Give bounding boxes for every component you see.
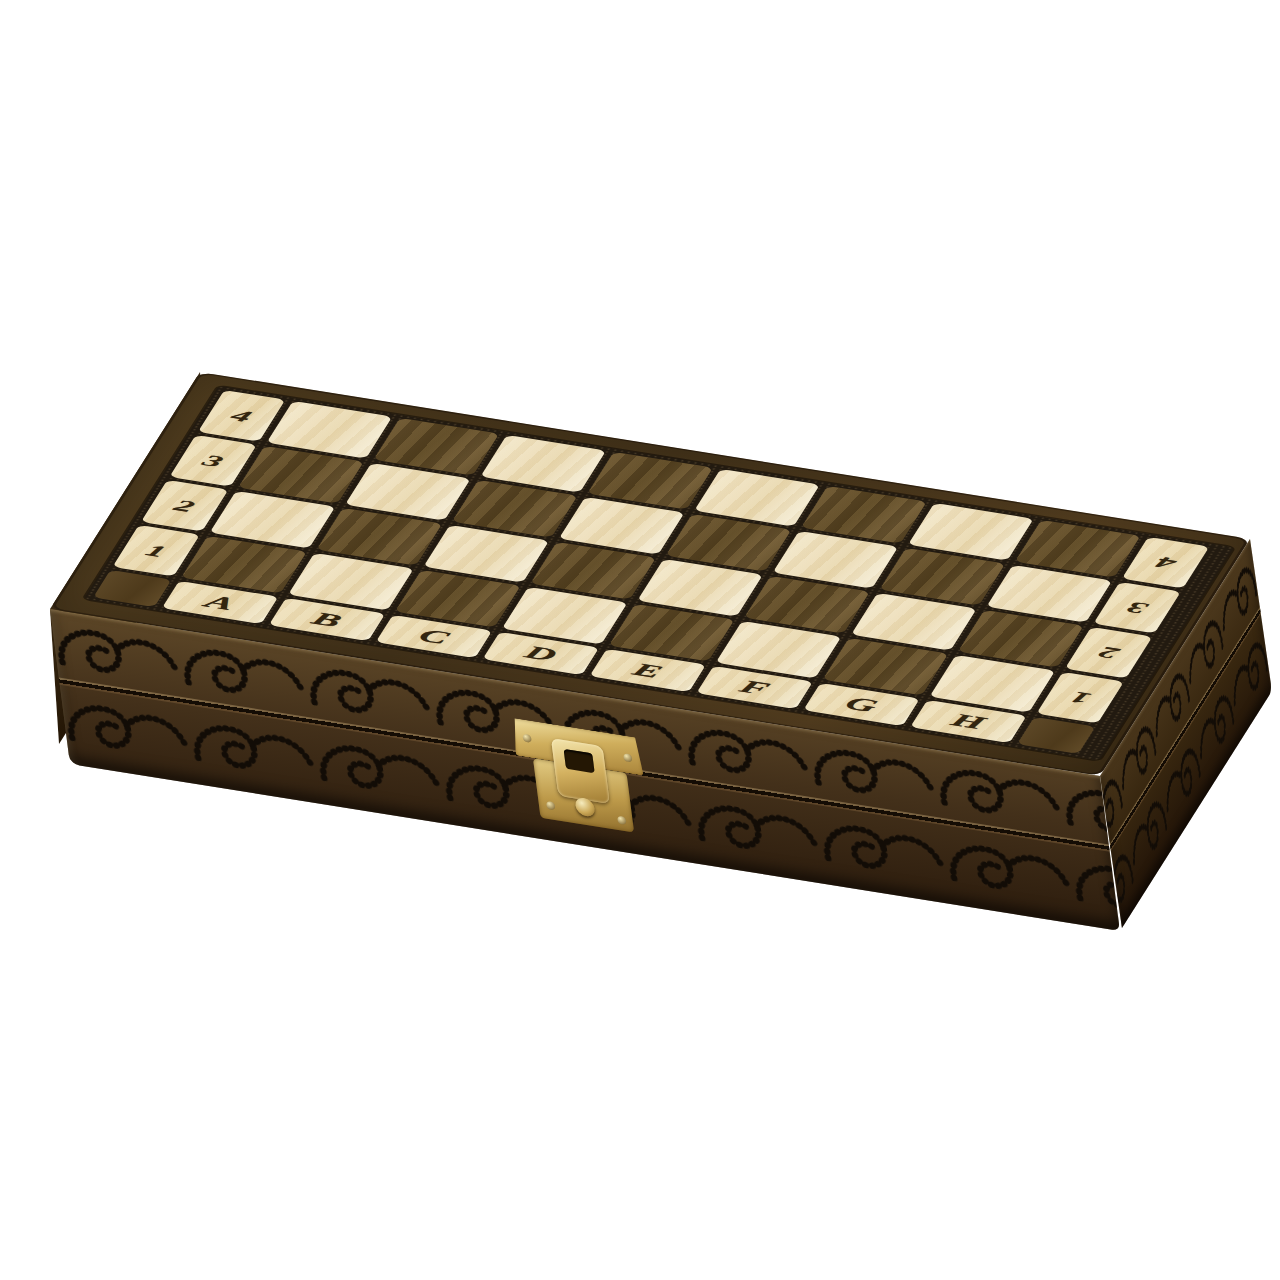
corner-cell-right (1017, 717, 1095, 754)
product-photo-white-background: 44332211ABCDEFGH (0, 0, 1280, 1280)
brass-latch (511, 718, 653, 848)
corner-cell-left (93, 570, 171, 607)
